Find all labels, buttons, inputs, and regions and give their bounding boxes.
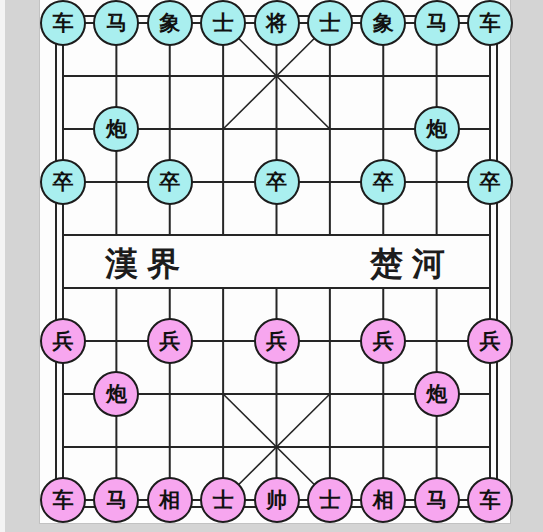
- piece-black-advisor-f4r1[interactable]: 士: [200, 0, 246, 46]
- piece-black-soldier-f7r4[interactable]: 卒: [360, 159, 406, 205]
- piece-red-cannon-f8r8[interactable]: 炮: [414, 371, 460, 417]
- piece-red-soldier-f7r7[interactable]: 兵: [360, 318, 406, 364]
- piece-red-advisor-f6r10[interactable]: 士: [307, 477, 353, 523]
- piece-black-elephant-f7r1[interactable]: 象: [360, 0, 406, 46]
- piece-red-soldier-f1r7[interactable]: 兵: [40, 318, 86, 364]
- piece-black-horse-f8r1[interactable]: 马: [414, 0, 460, 46]
- piece-black-elephant-f3r1[interactable]: 象: [147, 0, 193, 46]
- piece-black-cannon-f8r3[interactable]: 炮: [414, 106, 460, 152]
- piece-red-advisor-f4r10[interactable]: 士: [200, 477, 246, 523]
- piece-black-chariot-f9r1[interactable]: 车: [467, 0, 513, 46]
- piece-black-soldier-f9r4[interactable]: 卒: [467, 159, 513, 205]
- piece-red-chariot-f9r10[interactable]: 车: [467, 477, 513, 523]
- piece-red-soldier-f5r7[interactable]: 兵: [254, 318, 300, 364]
- piece-black-advisor-f6r1[interactable]: 士: [307, 0, 353, 46]
- piece-red-elephant-f7r10[interactable]: 相: [360, 477, 406, 523]
- piece-red-horse-f8r10[interactable]: 马: [414, 477, 460, 523]
- piece-black-soldier-f5r4[interactable]: 卒: [254, 159, 300, 205]
- piece-black-general-f5r1[interactable]: 将: [254, 0, 300, 46]
- left-edge-strip: [0, 0, 5, 532]
- piece-black-soldier-f1r4[interactable]: 卒: [40, 159, 86, 205]
- piece-black-chariot-f1r1[interactable]: 车: [40, 0, 86, 46]
- piece-red-soldier-f9r7[interactable]: 兵: [467, 318, 513, 364]
- screenshot-root: 漢界 楚河 车马象士将士象马车炮炮卒卒卒卒卒兵兵兵兵兵炮炮车马相士帅士相马车: [0, 0, 543, 532]
- piece-black-soldier-f3r4[interactable]: 卒: [147, 159, 193, 205]
- piece-red-soldier-f3r7[interactable]: 兵: [147, 318, 193, 364]
- xiangqi-board[interactable]: 漢界 楚河 车马象士将士象马车炮炮卒卒卒卒卒兵兵兵兵兵炮炮车马相士帅士相马车: [40, 0, 510, 523]
- river-label-right: 楚河: [366, 242, 454, 287]
- piece-red-chariot-f1r10[interactable]: 车: [40, 477, 86, 523]
- piece-red-general-f5r10[interactable]: 帅: [254, 477, 300, 523]
- river-label-left: 漢界: [101, 242, 189, 287]
- piece-red-elephant-f3r10[interactable]: 相: [147, 477, 193, 523]
